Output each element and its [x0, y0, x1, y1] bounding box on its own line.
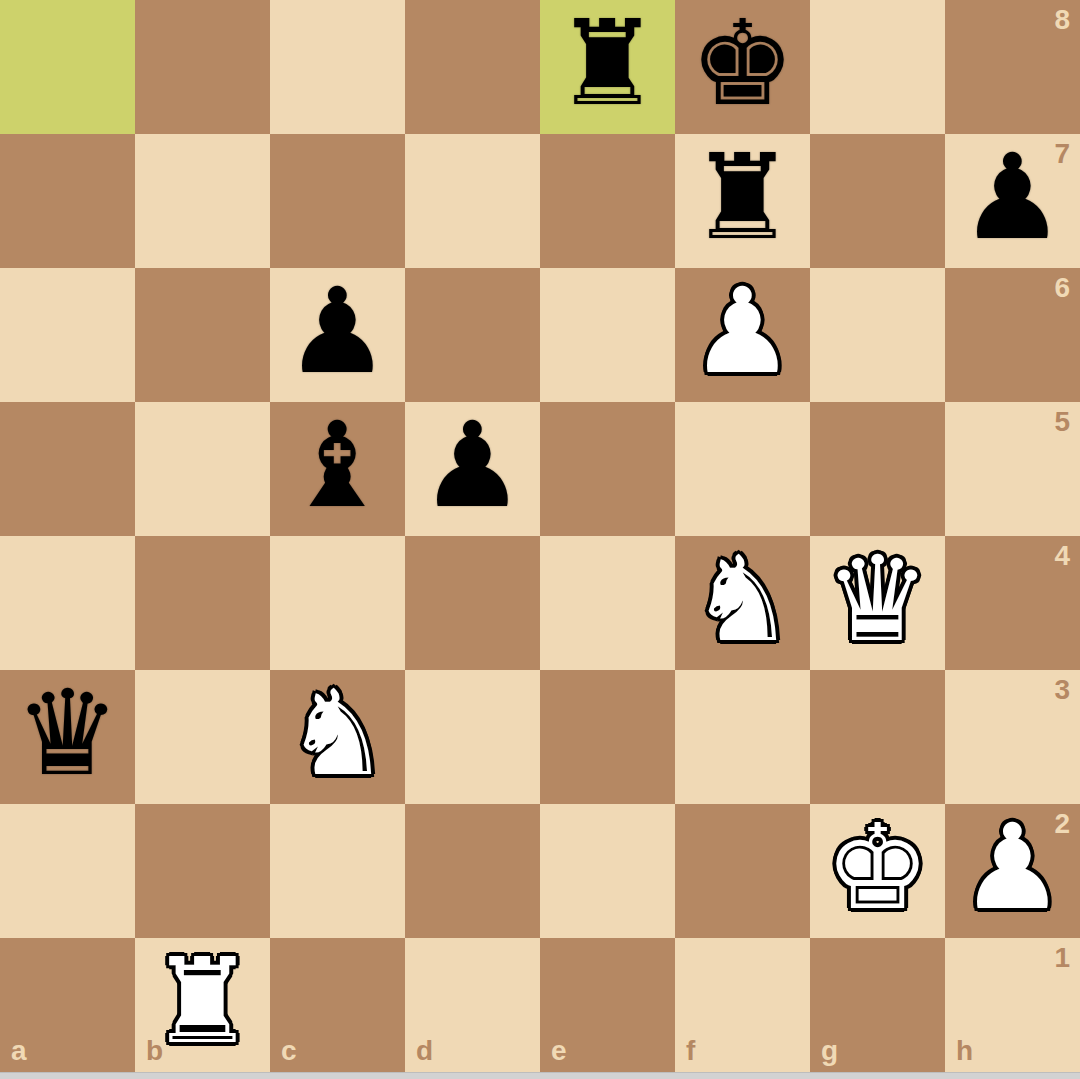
square-h6[interactable]: 6	[945, 268, 1080, 402]
square-a4[interactable]	[0, 536, 135, 670]
piece-black-rook[interactable]: ♜	[690, 138, 796, 256]
square-g4[interactable]: ♛	[810, 536, 945, 670]
square-c6[interactable]: ♟	[270, 268, 405, 402]
square-e5[interactable]	[540, 402, 675, 536]
square-c4[interactable]	[270, 536, 405, 670]
square-g5[interactable]	[810, 402, 945, 536]
square-f5[interactable]	[675, 402, 810, 536]
chess-board: ♜♚8♜♟7♟♟6♝♟5♞♛4♛♞3♚♟2a♜bcdefgh1	[0, 0, 1080, 1072]
piece-white-king[interactable]: ♚	[825, 808, 931, 926]
rank-label-8: 8	[1054, 6, 1070, 34]
square-h8[interactable]: 8	[945, 0, 1080, 134]
square-b7[interactable]	[135, 134, 270, 268]
square-f4[interactable]: ♞	[675, 536, 810, 670]
square-d8[interactable]	[405, 0, 540, 134]
square-a3[interactable]: ♛	[0, 670, 135, 804]
square-h1[interactable]: h1	[945, 938, 1080, 1072]
square-f2[interactable]	[675, 804, 810, 938]
rank-label-5: 5	[1054, 408, 1070, 436]
piece-black-pawn[interactable]: ♟	[960, 138, 1066, 256]
square-d7[interactable]	[405, 134, 540, 268]
rank-label-3: 3	[1054, 676, 1070, 704]
square-f7[interactable]: ♜	[675, 134, 810, 268]
square-a7[interactable]	[0, 134, 135, 268]
square-b3[interactable]	[135, 670, 270, 804]
rank-label-6: 6	[1054, 274, 1070, 302]
square-f8[interactable]: ♚	[675, 0, 810, 134]
square-c2[interactable]	[270, 804, 405, 938]
square-g8[interactable]	[810, 0, 945, 134]
piece-black-pawn[interactable]: ♟	[285, 272, 391, 390]
square-h2[interactable]: ♟2	[945, 804, 1080, 938]
file-label-f: f	[686, 1037, 695, 1065]
square-e4[interactable]	[540, 536, 675, 670]
square-c3[interactable]: ♞	[270, 670, 405, 804]
square-c5[interactable]: ♝	[270, 402, 405, 536]
piece-black-bishop[interactable]: ♝	[285, 406, 391, 524]
square-g2[interactable]: ♚	[810, 804, 945, 938]
square-d1[interactable]: d	[405, 938, 540, 1072]
file-label-e: e	[551, 1037, 567, 1065]
square-f6[interactable]: ♟	[675, 268, 810, 402]
square-d2[interactable]	[405, 804, 540, 938]
square-c7[interactable]	[270, 134, 405, 268]
square-a2[interactable]	[0, 804, 135, 938]
chess-board-wrapper: ♜♚8♜♟7♟♟6♝♟5♞♛4♛♞3♚♟2a♜bcdefgh1	[0, 0, 1080, 1079]
file-label-a: a	[11, 1037, 27, 1065]
square-b6[interactable]	[135, 268, 270, 402]
square-a8[interactable]	[0, 0, 135, 134]
piece-black-rook[interactable]: ♜	[555, 4, 661, 122]
piece-white-pawn[interactable]: ♟	[690, 272, 796, 390]
square-g6[interactable]	[810, 268, 945, 402]
square-b1[interactable]: ♜b	[135, 938, 270, 1072]
piece-white-knight[interactable]: ♞	[285, 674, 391, 792]
square-g1[interactable]: g	[810, 938, 945, 1072]
piece-white-knight[interactable]: ♞	[690, 540, 796, 658]
square-c8[interactable]	[270, 0, 405, 134]
piece-black-king[interactable]: ♚	[690, 4, 796, 122]
piece-black-queen[interactable]: ♛	[15, 674, 121, 792]
square-d3[interactable]	[405, 670, 540, 804]
square-e8[interactable]: ♜	[540, 0, 675, 134]
square-h3[interactable]: 3	[945, 670, 1080, 804]
file-label-g: g	[821, 1037, 838, 1065]
file-label-h: h	[956, 1037, 973, 1065]
square-b4[interactable]	[135, 536, 270, 670]
file-label-d: d	[416, 1037, 433, 1065]
rank-label-1: 1	[1054, 944, 1070, 972]
square-g7[interactable]	[810, 134, 945, 268]
square-f3[interactable]	[675, 670, 810, 804]
square-f1[interactable]: f	[675, 938, 810, 1072]
rank-label-4: 4	[1054, 542, 1070, 570]
piece-white-pawn[interactable]: ♟	[960, 808, 1066, 926]
square-a5[interactable]	[0, 402, 135, 536]
square-a6[interactable]	[0, 268, 135, 402]
square-h5[interactable]: 5	[945, 402, 1080, 536]
square-e2[interactable]	[540, 804, 675, 938]
square-b2[interactable]	[135, 804, 270, 938]
square-a1[interactable]: a	[0, 938, 135, 1072]
square-g3[interactable]	[810, 670, 945, 804]
square-e1[interactable]: e	[540, 938, 675, 1072]
square-h7[interactable]: ♟7	[945, 134, 1080, 268]
square-c1[interactable]: c	[270, 938, 405, 1072]
square-d5[interactable]: ♟	[405, 402, 540, 536]
square-b5[interactable]	[135, 402, 270, 536]
square-d6[interactable]	[405, 268, 540, 402]
square-d4[interactable]	[405, 536, 540, 670]
square-e7[interactable]	[540, 134, 675, 268]
square-e6[interactable]	[540, 268, 675, 402]
file-label-c: c	[281, 1037, 297, 1065]
square-e3[interactable]	[540, 670, 675, 804]
bottom-bar	[0, 1072, 1080, 1079]
piece-white-queen[interactable]: ♛	[825, 540, 931, 658]
piece-black-pawn[interactable]: ♟	[420, 406, 526, 524]
square-b8[interactable]	[135, 0, 270, 134]
piece-white-rook[interactable]: ♜	[150, 942, 256, 1060]
square-h4[interactable]: 4	[945, 536, 1080, 670]
